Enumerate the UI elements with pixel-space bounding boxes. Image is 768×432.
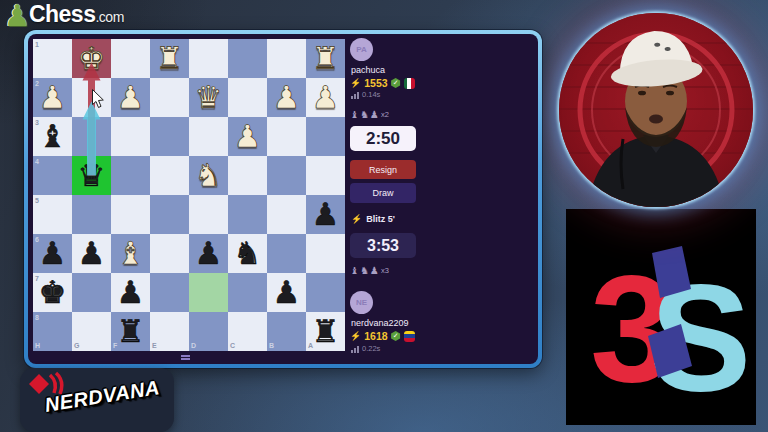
black-rook[interactable]: ♜ — [111, 312, 150, 351]
square-b7[interactable]: ♟ — [267, 273, 306, 312]
flag-mexico-icon — [404, 78, 415, 89]
bottom-player-rating: 1618 — [364, 330, 387, 342]
white-rook[interactable]: ♜ — [306, 39, 345, 78]
square-e3[interactable] — [150, 117, 189, 156]
top-player-name[interactable]: pachuca — [351, 65, 385, 75]
square-f3[interactable] — [111, 117, 150, 156]
captured-knight-icon: ♞ — [360, 109, 369, 120]
square-h7[interactable]: 7♚ — [33, 273, 72, 312]
square-g1[interactable]: ♚ — [72, 39, 111, 78]
square-d2[interactable]: ♛ — [189, 78, 228, 117]
chesscom-tld: .com — [95, 9, 123, 25]
white-pawn[interactable]: ♟ — [33, 78, 72, 117]
chess-app-surface: 1♚♜♜2♟♟♛♟♟3♝♟4♛♞5♟6♟♟♝♟♞7♚♟♟8HGF♜EDCBA♜ … — [28, 34, 538, 364]
square-e5[interactable] — [150, 195, 189, 234]
rank-label: 4 — [35, 158, 39, 165]
file-label: C — [230, 342, 235, 349]
black-pawn[interactable]: ♟ — [72, 234, 111, 273]
blitz-bolt-icon: ⚡ — [351, 215, 362, 224]
white-rook[interactable]: ♜ — [150, 39, 189, 78]
square-a1[interactable]: ♜ — [306, 39, 345, 78]
white-pawn[interactable]: ♟ — [228, 117, 267, 156]
top-player-rating-row: ⚡ 1553 ✓ — [350, 77, 415, 89]
bottom-player-ping-row: 0.22s — [351, 344, 380, 353]
square-a4[interactable] — [306, 156, 345, 195]
bottom-player-clock: 3:53 — [350, 233, 416, 258]
square-c5[interactable] — [228, 195, 267, 234]
square-b2[interactable]: ♟ — [267, 78, 306, 117]
white-pawn[interactable]: ♟ — [267, 78, 306, 117]
square-g4[interactable]: ♛ — [72, 156, 111, 195]
square-b3[interactable] — [267, 117, 306, 156]
square-g2[interactable] — [72, 78, 111, 117]
square-c7[interactable] — [228, 273, 267, 312]
captured-pawn-icon: ♟ — [370, 109, 379, 120]
captured-bishop-icon: ♝ — [350, 265, 359, 276]
captured-multiplier: x3 — [381, 266, 389, 275]
square-c3[interactable]: ♟ — [228, 117, 267, 156]
square-g6[interactable]: ♟ — [72, 234, 111, 273]
square-h5[interactable]: 5 — [33, 195, 72, 234]
avatar-top-player[interactable]: PA — [350, 38, 373, 61]
square-c1[interactable] — [228, 39, 267, 78]
flag-venezuela-icon — [404, 331, 415, 342]
top-player-ping: 0.14s — [362, 90, 380, 99]
board-menu-icon[interactable] — [181, 355, 190, 360]
threes-logo-art: 3 S — [566, 209, 756, 425]
bolt-icon: ⚡ — [350, 79, 361, 88]
white-king[interactable]: ♚ — [72, 39, 111, 78]
top-player-captured: ♝♞♟x2 — [350, 109, 389, 120]
square-e4[interactable] — [150, 156, 189, 195]
white-knight[interactable]: ♞ — [189, 156, 228, 195]
square-a7[interactable] — [306, 273, 345, 312]
chess-board[interactable]: 1♚♜♜2♟♟♛♟♟3♝♟4♛♞5♟6♟♟♝♟♞7♚♟♟8HGF♜EDCBA♜ — [33, 39, 345, 351]
square-b8[interactable]: B — [267, 312, 306, 351]
black-pawn[interactable]: ♟ — [189, 234, 228, 273]
file-label: B — [269, 342, 274, 349]
top-player-clock: 2:50 — [350, 126, 416, 151]
square-c6[interactable]: ♞ — [228, 234, 267, 273]
chesscom-wordmark: Chess.com — [29, 1, 124, 28]
avatar-bottom-player[interactable]: NE — [350, 291, 373, 314]
square-h3[interactable]: 3♝ — [33, 117, 72, 156]
webcam-feed — [559, 13, 753, 207]
game-mode-label: Blitz 5' — [366, 214, 395, 224]
side-panel: PA pachuca ⚡ 1553 ✓ 0.14s ♝♞♟x2 2:50 Res… — [348, 34, 536, 364]
nerdvana-banner: NERDVANA — [20, 368, 174, 432]
square-c2[interactable] — [228, 78, 267, 117]
captured-knight-icon: ♞ — [360, 265, 369, 276]
signal-bars-icon — [351, 346, 359, 353]
white-bishop[interactable]: ♝ — [111, 234, 150, 273]
square-h2[interactable]: 2♟ — [33, 78, 72, 117]
black-pawn[interactable]: ♟ — [306, 195, 345, 234]
square-a5[interactable]: ♟ — [306, 195, 345, 234]
square-h8[interactable]: 8H — [33, 312, 72, 351]
square-g5[interactable] — [72, 195, 111, 234]
captured-bishop-icon: ♝ — [350, 109, 359, 120]
black-queen[interactable]: ♛ — [72, 156, 111, 195]
square-b4[interactable] — [267, 156, 306, 195]
person-left-eye — [638, 91, 646, 96]
square-f4[interactable] — [111, 156, 150, 195]
white-queen[interactable]: ♛ — [189, 78, 228, 117]
square-d4[interactable]: ♞ — [189, 156, 228, 195]
person-right-eye — [666, 91, 674, 96]
person-mouth — [649, 115, 663, 124]
square-a3[interactable] — [306, 117, 345, 156]
chess-app-window: 1♚♜♜2♟♟♛♟♟3♝♟4♛♞5♟6♟♟♝♟♞7♚♟♟8HGF♜EDCBA♜ … — [24, 30, 542, 368]
square-e1[interactable]: ♜ — [150, 39, 189, 78]
square-f1[interactable] — [111, 39, 150, 78]
square-h1[interactable]: 1 — [33, 39, 72, 78]
square-b1[interactable] — [267, 39, 306, 78]
bottom-player-rating-row: ⚡ 1618 ✓ — [350, 330, 415, 342]
square-e6[interactable] — [150, 234, 189, 273]
square-c8[interactable]: C — [228, 312, 267, 351]
chesscom-pawn-icon: ♟ — [4, 1, 31, 31]
square-d5[interactable] — [189, 195, 228, 234]
square-e8[interactable]: E — [150, 312, 189, 351]
square-a8[interactable]: A♜ — [306, 312, 345, 351]
black-bishop[interactable]: ♝ — [33, 117, 72, 156]
rank-label: 1 — [35, 41, 39, 48]
black-pawn[interactable]: ♟ — [111, 273, 150, 312]
square-e2[interactable] — [150, 78, 189, 117]
draw-button[interactable]: Draw — [350, 183, 416, 203]
square-d1[interactable] — [189, 39, 228, 78]
square-g3[interactable] — [72, 117, 111, 156]
black-king[interactable]: ♚ — [33, 273, 72, 312]
square-h6[interactable]: 6♟ — [33, 234, 72, 273]
webcam-scene — [559, 13, 753, 207]
game-mode-row: ⚡ Blitz 5' — [351, 214, 395, 224]
square-a6[interactable] — [306, 234, 345, 273]
white-pawn[interactable]: ♟ — [306, 78, 345, 117]
bottom-player-captured: ♝♞♟x3 — [350, 265, 389, 276]
rank-label: 8 — [35, 314, 39, 321]
signal-bars-icon — [351, 92, 359, 99]
square-f6[interactable]: ♝ — [111, 234, 150, 273]
black-pawn[interactable]: ♟ — [267, 273, 306, 312]
verified-badge-icon: ✓ — [391, 78, 401, 88]
square-f2[interactable]: ♟ — [111, 78, 150, 117]
threes-logo: 3 S — [566, 209, 756, 425]
white-pawn[interactable]: ♟ — [111, 78, 150, 117]
bottom-player-ping: 0.22s — [362, 344, 380, 353]
black-pawn[interactable]: ♟ — [33, 234, 72, 273]
black-rook[interactable]: ♜ — [306, 312, 345, 351]
file-label: D — [191, 342, 196, 349]
chesscom-logo[interactable]: ♟ Chess.com — [4, 1, 124, 31]
square-a2[interactable]: ♟ — [306, 78, 345, 117]
square-f5[interactable] — [111, 195, 150, 234]
file-label: G — [74, 342, 79, 349]
bottom-player-name[interactable]: nerdvana2209 — [351, 318, 409, 328]
square-d3[interactable] — [189, 117, 228, 156]
square-f7[interactable]: ♟ — [111, 273, 150, 312]
captured-pawn-icon: ♟ — [370, 265, 379, 276]
square-b6[interactable] — [267, 234, 306, 273]
bolt-icon: ⚡ — [350, 332, 361, 341]
top-player-rating: 1553 — [364, 77, 387, 89]
square-e7[interactable] — [150, 273, 189, 312]
square-h4[interactable]: 4 — [33, 156, 72, 195]
captured-multiplier: x2 — [381, 110, 389, 119]
square-d6[interactable]: ♟ — [189, 234, 228, 273]
square-g8[interactable]: G — [72, 312, 111, 351]
square-f8[interactable]: F♜ — [111, 312, 150, 351]
verified-badge-icon: ✓ — [391, 331, 401, 341]
top-player-ping-row: 0.14s — [351, 90, 380, 99]
square-c4[interactable] — [228, 156, 267, 195]
file-label: E — [152, 342, 157, 349]
rank-label: 5 — [35, 197, 39, 204]
square-d7[interactable] — [189, 273, 228, 312]
square-d8[interactable]: D — [189, 312, 228, 351]
black-knight[interactable]: ♞ — [228, 234, 267, 273]
file-label: H — [35, 342, 40, 349]
resign-button[interactable]: Resign — [350, 160, 416, 179]
square-b5[interactable] — [267, 195, 306, 234]
square-g7[interactable] — [72, 273, 111, 312]
